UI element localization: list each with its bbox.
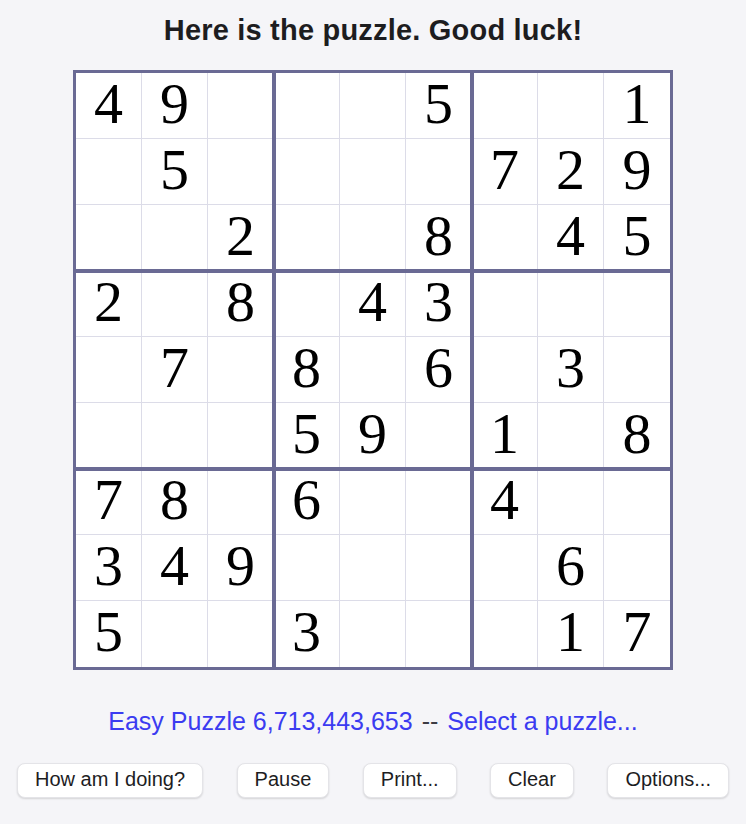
cell-r5c4[interactable]: 8 — [274, 337, 340, 403]
cell-r6c9[interactable]: 8 — [604, 403, 670, 469]
cell-r3c9[interactable]: 5 — [604, 205, 670, 271]
cell-r2c1[interactable] — [76, 139, 142, 205]
cell-r7c7[interactable]: 4 — [472, 469, 538, 535]
cell-r3c2[interactable] — [142, 205, 208, 271]
puzzle-bar-separator: -- — [422, 707, 439, 735]
cell-r4c5[interactable]: 4 — [340, 271, 406, 337]
cell-r5c6[interactable]: 6 — [406, 337, 472, 403]
cell-r4c6[interactable]: 3 — [406, 271, 472, 337]
cell-r9c8[interactable]: 1 — [538, 601, 604, 667]
cell-r2c8[interactable]: 2 — [538, 139, 604, 205]
cell-r7c4[interactable]: 6 — [274, 469, 340, 535]
box-divider-vertical-1 — [272, 73, 276, 667]
cell-r7c2[interactable]: 8 — [142, 469, 208, 535]
cell-r3c5[interactable] — [340, 205, 406, 271]
cell-r7c6[interactable] — [406, 469, 472, 535]
cell-r8c3[interactable]: 9 — [208, 535, 274, 601]
cell-r8c7[interactable] — [472, 535, 538, 601]
cell-r9c2[interactable] — [142, 601, 208, 667]
cell-r5c9[interactable] — [604, 337, 670, 403]
puzzle-bar: Easy Puzzle 6,713,443,653 -- Select a pu… — [108, 707, 637, 735]
page-title: Here is the puzzle. Good luck! — [164, 13, 583, 47]
pause-button[interactable]: Pause — [237, 763, 330, 798]
cell-r4c1[interactable]: 2 — [76, 271, 142, 337]
cell-r4c3[interactable]: 8 — [208, 271, 274, 337]
cell-r5c5[interactable] — [340, 337, 406, 403]
box-divider-horizontal-2 — [76, 467, 670, 471]
cell-r9c4[interactable]: 3 — [274, 601, 340, 667]
cell-r9c3[interactable] — [208, 601, 274, 667]
cell-r6c7[interactable]: 1 — [472, 403, 538, 469]
cell-r3c1[interactable] — [76, 205, 142, 271]
cell-r2c2[interactable]: 5 — [142, 139, 208, 205]
cell-r4c7[interactable] — [472, 271, 538, 337]
cell-r6c5[interactable]: 9 — [340, 403, 406, 469]
cell-r4c9[interactable] — [604, 271, 670, 337]
cell-r3c4[interactable] — [274, 205, 340, 271]
cell-r1c2[interactable]: 9 — [142, 73, 208, 139]
cell-r3c3[interactable]: 2 — [208, 205, 274, 271]
cell-r4c8[interactable] — [538, 271, 604, 337]
cell-r1c1[interactable]: 4 — [76, 73, 142, 139]
cell-r8c4[interactable] — [274, 535, 340, 601]
cell-r3c8[interactable]: 4 — [538, 205, 604, 271]
cell-r8c6[interactable] — [406, 535, 472, 601]
sudoku-app: Here is the puzzle. Good luck! 495157292… — [0, 0, 746, 824]
cell-r8c5[interactable] — [340, 535, 406, 601]
cell-r6c2[interactable] — [142, 403, 208, 469]
cell-r6c4[interactable]: 5 — [274, 403, 340, 469]
cell-r5c2[interactable]: 7 — [142, 337, 208, 403]
cell-r1c8[interactable] — [538, 73, 604, 139]
cell-r9c1[interactable]: 5 — [76, 601, 142, 667]
cell-r9c5[interactable] — [340, 601, 406, 667]
box-divider-horizontal-1 — [76, 269, 670, 273]
cell-r9c9[interactable]: 7 — [604, 601, 670, 667]
options-button[interactable]: Options... — [607, 763, 729, 798]
cell-r9c6[interactable] — [406, 601, 472, 667]
cell-r7c9[interactable] — [604, 469, 670, 535]
cell-r3c6[interactable]: 8 — [406, 205, 472, 271]
cell-r2c9[interactable]: 9 — [604, 139, 670, 205]
cell-r7c1[interactable]: 7 — [76, 469, 142, 535]
how-am-i-doing-button[interactable]: How am I doing? — [17, 763, 203, 798]
cell-r5c7[interactable] — [472, 337, 538, 403]
print-button[interactable]: Print... — [363, 763, 457, 798]
cell-r3c7[interactable] — [472, 205, 538, 271]
cell-r6c6[interactable] — [406, 403, 472, 469]
cell-r1c5[interactable] — [340, 73, 406, 139]
cell-r7c3[interactable] — [208, 469, 274, 535]
cell-r6c8[interactable] — [538, 403, 604, 469]
cell-r6c1[interactable] — [76, 403, 142, 469]
cell-r7c5[interactable] — [340, 469, 406, 535]
cell-r4c2[interactable] — [142, 271, 208, 337]
cell-r2c7[interactable]: 7 — [472, 139, 538, 205]
cell-r5c1[interactable] — [76, 337, 142, 403]
sudoku-board: 495157292845284378635918786434965317 — [73, 70, 673, 670]
cell-r8c2[interactable]: 4 — [142, 535, 208, 601]
cell-r4c4[interactable] — [274, 271, 340, 337]
cell-r8c9[interactable] — [604, 535, 670, 601]
cell-r2c6[interactable] — [406, 139, 472, 205]
clear-button[interactable]: Clear — [490, 763, 574, 798]
cell-r1c7[interactable] — [472, 73, 538, 139]
puzzle-name-link[interactable]: Easy Puzzle 6,713,443,653 — [108, 707, 412, 735]
cell-r2c3[interactable] — [208, 139, 274, 205]
cell-r5c3[interactable] — [208, 337, 274, 403]
cell-r1c6[interactable]: 5 — [406, 73, 472, 139]
cell-r2c4[interactable] — [274, 139, 340, 205]
cell-r1c3[interactable] — [208, 73, 274, 139]
cell-r5c8[interactable]: 3 — [538, 337, 604, 403]
cell-r8c8[interactable]: 6 — [538, 535, 604, 601]
cell-r1c9[interactable]: 1 — [604, 73, 670, 139]
cell-r8c1[interactable]: 3 — [76, 535, 142, 601]
select-puzzle-link[interactable]: Select a puzzle... — [447, 707, 637, 735]
cell-r6c3[interactable] — [208, 403, 274, 469]
toolbar: How am I doing? Pause Print... Clear Opt… — [0, 763, 746, 798]
cell-r1c4[interactable] — [274, 73, 340, 139]
cell-r9c7[interactable] — [472, 601, 538, 667]
box-divider-vertical-2 — [470, 73, 474, 667]
cell-r2c5[interactable] — [340, 139, 406, 205]
cell-r7c8[interactable] — [538, 469, 604, 535]
